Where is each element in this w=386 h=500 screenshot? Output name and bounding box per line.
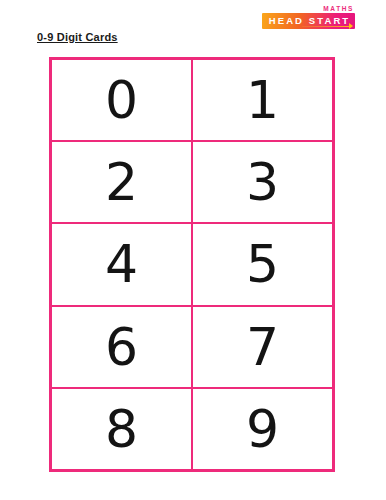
- digit-card-1: 1: [193, 60, 332, 140]
- digit-card-4: 4: [52, 224, 191, 304]
- page-title: 0-9 Digit Cards: [37, 31, 118, 43]
- logo-maths-label: MATHS: [262, 5, 355, 12]
- digit-card-8: 8: [52, 389, 191, 469]
- digit-label: 4: [105, 238, 138, 290]
- digit-card-0: 0: [52, 60, 191, 140]
- digit-card-6: 6: [52, 307, 191, 387]
- digit-label: 1: [246, 74, 279, 126]
- digit-label: 6: [105, 321, 138, 373]
- digit-card-5: 5: [193, 224, 332, 304]
- digit-card-3: 3: [193, 142, 332, 222]
- worksheet-page: 0-9 Digit Cards MATHS HEAD START 0 1 2 3…: [0, 0, 386, 500]
- digit-card-7: 7: [193, 307, 332, 387]
- logo-banner: HEAD START: [262, 13, 355, 29]
- digit-label: 3: [246, 156, 279, 208]
- digit-label: 8: [105, 403, 138, 455]
- headstart-maths-logo: MATHS HEAD START: [262, 5, 355, 29]
- digit-label: 7: [246, 321, 279, 373]
- digit-card-grid: 0 1 2 3 4 5 6 7 8 9: [49, 57, 335, 472]
- digit-label: 9: [246, 403, 279, 455]
- digit-label: 0: [105, 74, 138, 126]
- digit-label: 5: [246, 238, 279, 290]
- digit-card-9: 9: [193, 389, 332, 469]
- arrow-right-icon: [302, 26, 352, 28]
- digit-card-2: 2: [52, 142, 191, 222]
- digit-label: 2: [105, 156, 138, 208]
